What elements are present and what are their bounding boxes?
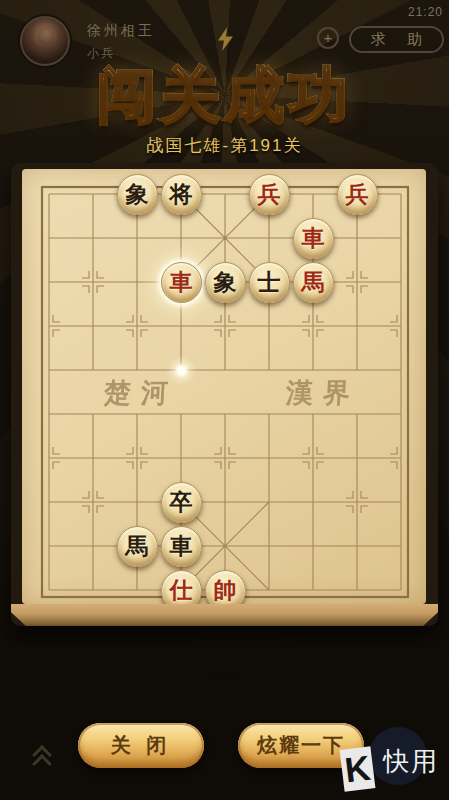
level-clear-banner: 闯关成功 <box>0 56 449 137</box>
piece-black-horse[interactable]: 馬 <box>117 526 158 567</box>
piece-black-general[interactable]: 将 <box>161 174 202 215</box>
board-paper: 楚河 漢界 象将兵兵車車象士馬卒馬車仕帥 <box>22 169 426 604</box>
help-button[interactable]: 求 助 <box>349 26 444 53</box>
piece-black-chariot[interactable]: 車 <box>161 526 202 567</box>
piece-red-horse[interactable]: 馬 <box>293 262 334 303</box>
piece-black-soldier[interactable]: 卒 <box>161 482 202 523</box>
piece-black-elephant[interactable]: 象 <box>117 174 158 215</box>
collapse-arrow-icon[interactable] <box>28 744 58 774</box>
board-intersections: 象将兵兵車車象士馬卒馬車仕帥 <box>27 172 423 612</box>
watermark-k-logo: K <box>340 746 376 791</box>
add-coins-icon[interactable]: + <box>317 27 339 49</box>
board-wood-edge <box>11 604 438 626</box>
level-subtitle: 战国七雄-第191关 <box>0 134 449 157</box>
watermark-text: 快用 <box>383 744 439 779</box>
piece-red-chariot[interactable]: 車 <box>161 262 202 303</box>
piece-black-elephant[interactable]: 象 <box>205 262 246 303</box>
close-button[interactable]: 关 闭 <box>78 723 204 768</box>
clock-time: 21:20 <box>408 5 443 19</box>
screen: 21:20 徐州相王 小兵 + 求 助 闯关成功 战国七雄-第191关 楚河 漢… <box>0 0 449 800</box>
last-move-origin-marker <box>177 366 186 375</box>
piece-black-advisor[interactable]: 士 <box>249 262 290 303</box>
piece-red-chariot[interactable]: 車 <box>293 218 334 259</box>
xiangqi-board: 楚河 漢界 象将兵兵車車象士馬卒馬車仕帥 <box>11 163 438 626</box>
player-name: 徐州相王 <box>87 22 155 40</box>
piece-red-soldier[interactable]: 兵 <box>337 174 378 215</box>
energy-lightning-icon <box>218 27 233 51</box>
piece-red-soldier[interactable]: 兵 <box>249 174 290 215</box>
